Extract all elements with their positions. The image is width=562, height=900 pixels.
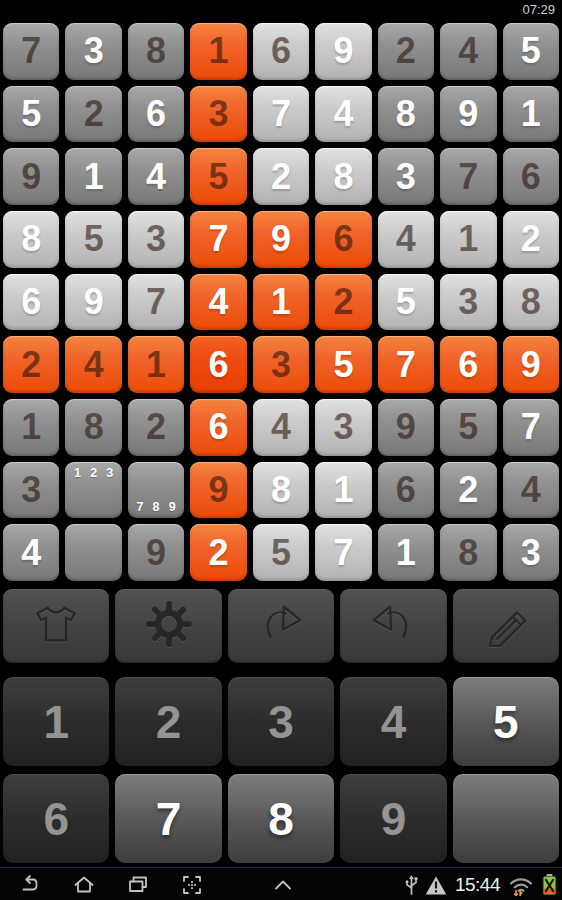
cell-r1c9[interactable]: 5 xyxy=(503,23,559,80)
user-digit: 9 xyxy=(84,284,104,320)
cell-r3c6[interactable]: 8 xyxy=(315,148,371,205)
undo-button[interactable] xyxy=(340,589,446,663)
cell-r2c4[interactable]: 3 xyxy=(190,86,246,143)
given-digit: 9 xyxy=(21,159,41,195)
numpad-5-button[interactable]: 5 xyxy=(453,677,559,766)
user-digit: 1 xyxy=(521,96,541,132)
given-digit: 6 xyxy=(396,472,416,508)
user-digit: 7 xyxy=(333,535,353,571)
back-button[interactable] xyxy=(18,873,42,897)
cell-r3c1[interactable]: 9 xyxy=(3,148,59,205)
user-digit: 8 xyxy=(271,472,291,508)
cell-r2c6[interactable]: 4 xyxy=(315,86,371,143)
cell-r7c4[interactable]: 6 xyxy=(190,399,246,456)
given-digit: 6 xyxy=(271,33,291,69)
cell-r4c8[interactable]: 1 xyxy=(440,211,496,268)
given-digit: 7 xyxy=(146,284,166,320)
user-digit: 6 xyxy=(458,347,478,383)
cell-r9c8[interactable]: 8 xyxy=(440,524,496,581)
given-digit: 5 xyxy=(84,221,104,257)
cell-r5c7[interactable]: 5 xyxy=(378,274,434,331)
cell-r6c3[interactable]: 1 xyxy=(128,336,184,393)
quick-access-chevron[interactable] xyxy=(271,868,295,900)
pencil-notes: 123 xyxy=(69,465,117,516)
given-digit: 2 xyxy=(84,96,104,132)
cell-r9c5[interactable]: 5 xyxy=(253,524,309,581)
given-digit: 7 xyxy=(458,159,478,195)
screenshot-button[interactable] xyxy=(180,873,204,897)
cell-r2c3[interactable]: 6 xyxy=(128,86,184,143)
given-digit: 8 xyxy=(146,33,166,69)
cell-r2c8[interactable]: 9 xyxy=(440,86,496,143)
given-digit: 9 xyxy=(396,409,416,445)
cell-r5c2[interactable]: 9 xyxy=(65,274,121,331)
theme-button[interactable] xyxy=(3,589,109,663)
given-digit: 7 xyxy=(21,33,41,69)
user-digit: 2 xyxy=(521,221,541,257)
cell-r4c7[interactable]: 4 xyxy=(378,211,434,268)
back-icon xyxy=(18,873,42,897)
given-digit: 4 xyxy=(521,472,541,508)
given-digit: 8 xyxy=(84,409,104,445)
cell-r3c2[interactable]: 1 xyxy=(65,148,121,205)
chevron-up-icon xyxy=(271,875,295,895)
given-digit: 1 xyxy=(458,221,478,257)
given-digit: 3 xyxy=(21,472,41,508)
given-digit: 1 xyxy=(21,409,41,445)
toolbar xyxy=(0,589,562,663)
cell-r3c3[interactable]: 4 xyxy=(128,148,184,205)
cell-r8c1[interactable]: 3 xyxy=(3,462,59,519)
cell-r1c3[interactable]: 8 xyxy=(128,23,184,80)
cell-r6c5[interactable]: 3 xyxy=(253,336,309,393)
nav-bar: 15:44 xyxy=(0,867,562,900)
user-digit: 7 xyxy=(271,96,291,132)
cell-r6c1[interactable]: 2 xyxy=(3,336,59,393)
cell-r4c6[interactable]: 6 xyxy=(315,211,371,268)
cell-r7c7[interactable]: 9 xyxy=(378,399,434,456)
given-digit: 9 xyxy=(146,535,166,571)
recents-icon xyxy=(126,873,150,897)
redo-arrow-icon xyxy=(258,601,304,651)
user-digit: 5 xyxy=(521,33,541,69)
given-digit: 9 xyxy=(209,472,229,508)
cell-r6c6[interactable]: 5 xyxy=(315,336,371,393)
cell-r7c9[interactable]: 7 xyxy=(503,399,559,456)
user-digit: 9 xyxy=(271,221,291,257)
cell-r8c2[interactable]: 123 xyxy=(65,462,121,519)
nav-left-group xyxy=(18,868,204,900)
cell-r6c7[interactable]: 7 xyxy=(378,336,434,393)
given-digit: 3 xyxy=(271,347,291,383)
cell-r9c2[interactable] xyxy=(65,524,121,581)
cell-r6c8[interactable]: 6 xyxy=(440,336,496,393)
cell-r5c9[interactable]: 8 xyxy=(503,274,559,331)
cell-r9c9[interactable]: 3 xyxy=(503,524,559,581)
cell-r7c3[interactable]: 2 xyxy=(128,399,184,456)
cell-r2c5[interactable]: 7 xyxy=(253,86,309,143)
user-digit: 4 xyxy=(333,96,353,132)
erase-button[interactable] xyxy=(453,774,559,863)
cell-r1c1[interactable]: 7 xyxy=(3,23,59,80)
usb-icon xyxy=(404,873,419,897)
gear-icon xyxy=(146,601,192,651)
numpad-9-button[interactable]: 9 xyxy=(340,774,446,863)
numpad-6-button[interactable]: 6 xyxy=(3,774,109,863)
home-icon xyxy=(72,873,96,897)
numpad-1-button[interactable]: 1 xyxy=(3,677,109,766)
cell-r2c9[interactable]: 1 xyxy=(503,86,559,143)
given-digit: 4 xyxy=(84,347,104,383)
nav-time: 15:44 xyxy=(453,874,502,896)
cell-r3c7[interactable]: 3 xyxy=(378,148,434,205)
cell-r3c4[interactable]: 5 xyxy=(190,148,246,205)
cell-r4c4[interactable]: 7 xyxy=(190,211,246,268)
screen: 07:29 7381692455263748919145283768537964… xyxy=(0,0,562,900)
cell-r1c2[interactable]: 3 xyxy=(65,23,121,80)
user-digit: 2 xyxy=(271,159,291,195)
recents-button[interactable] xyxy=(126,873,150,897)
given-digit: 4 xyxy=(271,409,291,445)
numpad-row-2: 6789 xyxy=(0,774,562,863)
cell-r3c8[interactable]: 7 xyxy=(440,148,496,205)
cell-r4c9[interactable]: 2 xyxy=(503,211,559,268)
given-digit: 8 xyxy=(521,284,541,320)
given-digit: 4 xyxy=(396,221,416,257)
user-digit: 5 xyxy=(333,347,353,383)
given-digit: 3 xyxy=(146,221,166,257)
user-digit: 4 xyxy=(209,284,229,320)
cell-r7c6[interactable]: 3 xyxy=(315,399,371,456)
numpad-4-button[interactable]: 4 xyxy=(340,677,446,766)
user-digit: 6 xyxy=(146,96,166,132)
cell-r9c1[interactable]: 4 xyxy=(3,524,59,581)
given-digit: 6 xyxy=(333,221,353,257)
numpad-8-button[interactable]: 8 xyxy=(228,774,334,863)
pencil-icon xyxy=(483,601,529,651)
user-digit: 1 xyxy=(271,284,291,320)
user-digit: 3 xyxy=(396,159,416,195)
numpad-2-button[interactable]: 2 xyxy=(115,677,221,766)
user-digit: 5 xyxy=(396,284,416,320)
cell-r9c7[interactable]: 1 xyxy=(378,524,434,581)
user-digit: 8 xyxy=(396,96,416,132)
user-digit: 1 xyxy=(84,159,104,195)
cell-r9c4[interactable]: 2 xyxy=(190,524,246,581)
given-digit: 1 xyxy=(146,347,166,383)
board: 7381692455263748919145283768537964126974… xyxy=(0,19,562,585)
cell-r7c2[interactable]: 8 xyxy=(65,399,121,456)
given-digit: 3 xyxy=(458,284,478,320)
given-digit: 3 xyxy=(333,409,353,445)
cell-r1c4[interactable]: 1 xyxy=(190,23,246,80)
cell-r8c5[interactable]: 8 xyxy=(253,462,309,519)
user-digit: 6 xyxy=(209,409,229,445)
cell-r1c7[interactable]: 2 xyxy=(378,23,434,80)
cell-r1c5[interactable]: 6 xyxy=(253,23,309,80)
tshirt-icon xyxy=(33,601,79,651)
cell-r6c4[interactable]: 6 xyxy=(190,336,246,393)
cell-r5c8[interactable]: 3 xyxy=(440,274,496,331)
cell-r6c2[interactable]: 4 xyxy=(65,336,121,393)
numpad-7-button[interactable]: 7 xyxy=(115,774,221,863)
given-digit: 1 xyxy=(209,33,229,69)
given-digit: 6 xyxy=(521,159,541,195)
wifi-icon xyxy=(508,873,534,897)
redo-button[interactable] xyxy=(228,589,334,663)
cell-r2c1[interactable]: 5 xyxy=(3,86,59,143)
user-digit: 8 xyxy=(333,159,353,195)
user-digit: 4 xyxy=(21,535,41,571)
undo-arrow-icon xyxy=(370,601,416,651)
given-digit: 8 xyxy=(458,535,478,571)
nav-right-group: 15:44 xyxy=(404,868,559,900)
cell-r8c9[interactable]: 4 xyxy=(503,462,559,519)
cell-r5c4[interactable]: 4 xyxy=(190,274,246,331)
user-digit: 9 xyxy=(458,96,478,132)
cell-r7c8[interactable]: 5 xyxy=(440,399,496,456)
given-digit: 2 xyxy=(333,284,353,320)
cell-r8c6[interactable]: 1 xyxy=(315,462,371,519)
user-digit: 5 xyxy=(21,96,41,132)
given-digit: 2 xyxy=(146,409,166,445)
notes-button[interactable] xyxy=(453,589,559,663)
cell-r1c6[interactable]: 9 xyxy=(315,23,371,80)
user-digit: 8 xyxy=(21,221,41,257)
cell-r1c8[interactable]: 4 xyxy=(440,23,496,80)
user-digit: 3 xyxy=(521,535,541,571)
numpad-3-button[interactable]: 3 xyxy=(228,677,334,766)
cell-r2c2[interactable]: 2 xyxy=(65,86,121,143)
cell-r9c3[interactable]: 9 xyxy=(128,524,184,581)
given-digit: 5 xyxy=(458,409,478,445)
cell-r4c2[interactable]: 5 xyxy=(65,211,121,268)
cell-r5c5[interactable]: 1 xyxy=(253,274,309,331)
cell-r3c5[interactable]: 2 xyxy=(253,148,309,205)
cell-r4c5[interactable]: 9 xyxy=(253,211,309,268)
cell-r6c9[interactable]: 9 xyxy=(503,336,559,393)
given-digit: 3 xyxy=(209,96,229,132)
numpad-row-1: 12345 xyxy=(0,677,562,766)
user-digit: 6 xyxy=(209,347,229,383)
home-button[interactable] xyxy=(72,873,96,897)
user-digit: 3 xyxy=(84,33,104,69)
user-digit: 7 xyxy=(396,347,416,383)
cell-r7c5[interactable]: 4 xyxy=(253,399,309,456)
cell-r8c8[interactable]: 2 xyxy=(440,462,496,519)
battery-icon xyxy=(540,873,559,897)
cell-r5c3[interactable]: 7 xyxy=(128,274,184,331)
cell-r4c3[interactable]: 3 xyxy=(128,211,184,268)
user-digit: 2 xyxy=(458,472,478,508)
cell-r5c1[interactable]: 6 xyxy=(3,274,59,331)
pencil-notes: 789 xyxy=(132,465,180,516)
cell-r4c1[interactable]: 8 xyxy=(3,211,59,268)
status-time: 07:29 xyxy=(522,2,555,17)
given-digit: 4 xyxy=(458,33,478,69)
cell-r5c6[interactable]: 2 xyxy=(315,274,371,331)
screenshot-icon xyxy=(180,873,204,897)
user-digit: 4 xyxy=(146,159,166,195)
cell-r8c7[interactable]: 6 xyxy=(378,462,434,519)
status-bar: 07:29 xyxy=(0,0,562,19)
warning-icon xyxy=(425,874,447,896)
cell-r2c7[interactable]: 8 xyxy=(378,86,434,143)
settings-button[interactable] xyxy=(115,589,221,663)
user-digit: 1 xyxy=(333,472,353,508)
cell-r3c9[interactable]: 6 xyxy=(503,148,559,205)
cell-r7c1[interactable]: 1 xyxy=(3,399,59,456)
user-digit: 7 xyxy=(209,221,229,257)
given-digit: 5 xyxy=(209,159,229,195)
user-digit: 9 xyxy=(521,347,541,383)
cell-r8c4[interactable]: 9 xyxy=(190,462,246,519)
user-digit: 7 xyxy=(521,409,541,445)
given-digit: 2 xyxy=(396,33,416,69)
cell-r8c3[interactable]: 789 xyxy=(128,462,184,519)
user-digit: 6 xyxy=(21,284,41,320)
user-digit: 9 xyxy=(333,33,353,69)
given-digit: 5 xyxy=(271,535,291,571)
cell-r9c6[interactable]: 7 xyxy=(315,524,371,581)
user-digit: 2 xyxy=(209,535,229,571)
user-digit: 1 xyxy=(396,535,416,571)
given-digit: 2 xyxy=(21,347,41,383)
